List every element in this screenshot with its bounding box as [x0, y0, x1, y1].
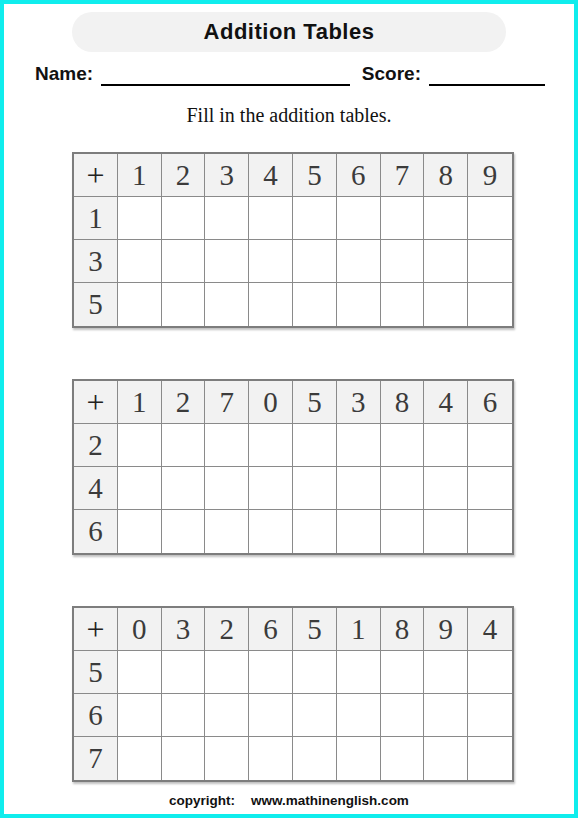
- col-header-3: 3: [337, 381, 381, 424]
- answer-cell-t3-r1-c0[interactable]: [118, 694, 162, 737]
- answer-cell-t1-r1-c4[interactable]: [293, 240, 337, 283]
- answer-cell-t3-r2-c4[interactable]: [293, 737, 337, 780]
- answer-cell-t2-r2-c6[interactable]: [381, 510, 425, 553]
- col-header-3: 3: [205, 154, 249, 197]
- answer-cell-t1-r0-c2[interactable]: [205, 197, 249, 240]
- col-header-2: 2: [162, 154, 206, 197]
- answer-cell-t1-r0-c1[interactable]: [162, 197, 206, 240]
- answer-cell-t1-r2-c2[interactable]: [205, 283, 249, 326]
- col-header-6: 6: [337, 154, 381, 197]
- answer-cell-t1-r1-c6[interactable]: [381, 240, 425, 283]
- row-header-6: 6: [74, 694, 118, 737]
- answer-cell-t1-r2-c8[interactable]: [468, 283, 512, 326]
- answer-cell-t1-r1-c2[interactable]: [205, 240, 249, 283]
- copyright-site: www.mathinenglish.com: [251, 793, 409, 808]
- answer-cell-t3-r0-c0[interactable]: [118, 651, 162, 694]
- col-header-2: 2: [205, 608, 249, 651]
- answer-cell-t3-r2-c1[interactable]: [162, 737, 206, 780]
- answer-cell-t3-r2-c8[interactable]: [468, 737, 512, 780]
- answer-cell-t1-r0-c6[interactable]: [381, 197, 425, 240]
- answer-cell-t3-r0-c1[interactable]: [162, 651, 206, 694]
- row-header-4: 4: [74, 467, 118, 510]
- answer-cell-t1-r0-c3[interactable]: [249, 197, 293, 240]
- col-header-8: 8: [424, 154, 468, 197]
- answer-cell-t2-r1-c4[interactable]: [293, 467, 337, 510]
- answer-cell-t2-r2-c8[interactable]: [468, 510, 512, 553]
- addition-table-2: +127053846246: [72, 379, 514, 555]
- answer-cell-t3-r2-c0[interactable]: [118, 737, 162, 780]
- answer-cell-t2-r0-c7[interactable]: [424, 424, 468, 467]
- name-label: Name:: [35, 63, 93, 86]
- col-header-1: 1: [337, 608, 381, 651]
- row-header-6: 6: [74, 510, 118, 553]
- col-header-0: 0: [249, 381, 293, 424]
- answer-cell-t1-r0-c0[interactable]: [118, 197, 162, 240]
- col-header-9: 9: [468, 154, 512, 197]
- plus-operator-icon: +: [74, 154, 118, 197]
- answer-cell-t1-r1-c5[interactable]: [337, 240, 381, 283]
- answer-cell-t2-r1-c5[interactable]: [337, 467, 381, 510]
- answer-cell-t2-r1-c2[interactable]: [205, 467, 249, 510]
- col-header-1: 1: [118, 381, 162, 424]
- answer-cell-t2-r2-c4[interactable]: [293, 510, 337, 553]
- row-header-1: 1: [74, 197, 118, 240]
- answer-cell-t2-r2-c3[interactable]: [249, 510, 293, 553]
- answer-cell-t2-r0-c3[interactable]: [249, 424, 293, 467]
- copyright-label: copyright:: [169, 793, 235, 808]
- row-header-7: 7: [74, 737, 118, 780]
- col-header-6: 6: [468, 381, 512, 424]
- answer-cell-t3-r2-c3[interactable]: [249, 737, 293, 780]
- instruction-text: Fill in the addition tables.: [4, 104, 574, 127]
- answer-cell-t2-r0-c4[interactable]: [293, 424, 337, 467]
- answer-cell-t2-r1-c8[interactable]: [468, 467, 512, 510]
- col-header-6: 6: [249, 608, 293, 651]
- answer-cell-t2-r0-c6[interactable]: [381, 424, 425, 467]
- page-title: Addition Tables: [204, 19, 375, 45]
- answer-cell-t3-r1-c8[interactable]: [468, 694, 512, 737]
- col-header-5: 5: [293, 154, 337, 197]
- answer-cell-t2-r2-c5[interactable]: [337, 510, 381, 553]
- col-header-5: 5: [293, 608, 337, 651]
- answer-cell-t2-r2-c2[interactable]: [205, 510, 249, 553]
- answer-cell-t1-r2-c6[interactable]: [381, 283, 425, 326]
- answer-cell-t1-r0-c5[interactable]: [337, 197, 381, 240]
- answer-cell-t3-r0-c4[interactable]: [293, 651, 337, 694]
- col-header-1: 1: [118, 154, 162, 197]
- answer-cell-t1-r2-c5[interactable]: [337, 283, 381, 326]
- answer-cell-t1-r2-c1[interactable]: [162, 283, 206, 326]
- answer-cell-t1-r0-c4[interactable]: [293, 197, 337, 240]
- answer-cell-t2-r1-c1[interactable]: [162, 467, 206, 510]
- answer-cell-t3-r1-c2[interactable]: [205, 694, 249, 737]
- answer-cell-t3-r1-c4[interactable]: [293, 694, 337, 737]
- col-header-7: 7: [381, 154, 425, 197]
- answer-cell-t1-r1-c1[interactable]: [162, 240, 206, 283]
- answer-cell-t3-r0-c2[interactable]: [205, 651, 249, 694]
- answer-cell-t1-r2-c3[interactable]: [249, 283, 293, 326]
- worksheet-title-pill: Addition Tables: [72, 12, 506, 52]
- score-label: Score:: [362, 63, 421, 86]
- col-header-8: 8: [381, 608, 425, 651]
- row-header-3: 3: [74, 240, 118, 283]
- answer-cell-t3-r0-c7[interactable]: [424, 651, 468, 694]
- answer-cell-t3-r1-c6[interactable]: [381, 694, 425, 737]
- col-header-2: 2: [162, 381, 206, 424]
- col-header-4: 4: [468, 608, 512, 651]
- addition-table-1: +123456789135: [72, 152, 514, 328]
- answer-cell-t3-r1-c1[interactable]: [162, 694, 206, 737]
- answer-cell-t2-r0-c5[interactable]: [337, 424, 381, 467]
- answer-cell-t1-r1-c8[interactable]: [468, 240, 512, 283]
- answer-cell-t1-r2-c7[interactable]: [424, 283, 468, 326]
- answer-cell-t1-r2-c4[interactable]: [293, 283, 337, 326]
- col-header-4: 4: [249, 154, 293, 197]
- answer-cell-t2-r0-c2[interactable]: [205, 424, 249, 467]
- answer-cell-t2-r2-c1[interactable]: [162, 510, 206, 553]
- col-header-0: 0: [118, 608, 162, 651]
- answer-cell-t3-r2-c7[interactable]: [424, 737, 468, 780]
- footer: copyright: www.mathinenglish.com: [4, 793, 574, 808]
- answer-cell-t1-r0-c8[interactable]: [468, 197, 512, 240]
- answer-cell-t1-r2-c0[interactable]: [118, 283, 162, 326]
- answer-cell-t3-r0-c3[interactable]: [249, 651, 293, 694]
- answer-cell-t2-r1-c7[interactable]: [424, 467, 468, 510]
- plus-operator-icon: +: [74, 381, 118, 424]
- answer-cell-t1-r1-c0[interactable]: [118, 240, 162, 283]
- col-header-3: 3: [162, 608, 206, 651]
- answer-cell-t1-r0-c7[interactable]: [424, 197, 468, 240]
- answer-cell-t3-r2-c2[interactable]: [205, 737, 249, 780]
- row-header-5: 5: [74, 283, 118, 326]
- answer-cell-t3-r1-c5[interactable]: [337, 694, 381, 737]
- col-header-7: 7: [205, 381, 249, 424]
- worksheet-page: Addition Tables Name: Score: Fill in the…: [0, 0, 578, 818]
- answer-cell-t2-r0-c1[interactable]: [162, 424, 206, 467]
- plus-operator-icon: +: [74, 608, 118, 651]
- col-header-5: 5: [293, 381, 337, 424]
- answer-cell-t1-r1-c3[interactable]: [249, 240, 293, 283]
- answer-cell-t3-r1-c7[interactable]: [424, 694, 468, 737]
- col-header-4: 4: [424, 381, 468, 424]
- answer-cell-t3-r1-c3[interactable]: [249, 694, 293, 737]
- addition-table-3: +032651894567: [72, 606, 514, 782]
- score-input-line[interactable]: [429, 62, 545, 86]
- answer-cell-t2-r2-c0[interactable]: [118, 510, 162, 553]
- answer-cell-t3-r2-c5[interactable]: [337, 737, 381, 780]
- answer-cell-t2-r1-c6[interactable]: [381, 467, 425, 510]
- answer-cell-t2-r1-c3[interactable]: [249, 467, 293, 510]
- answer-cell-t1-r1-c7[interactable]: [424, 240, 468, 283]
- col-header-8: 8: [381, 381, 425, 424]
- name-input-line[interactable]: [101, 62, 350, 86]
- answer-cell-t3-r0-c6[interactable]: [381, 651, 425, 694]
- answer-cell-t2-r0-c0[interactable]: [118, 424, 162, 467]
- row-header-5: 5: [74, 651, 118, 694]
- name-score-row: Name: Score:: [35, 60, 545, 86]
- answer-cell-t2-r0-c8[interactable]: [468, 424, 512, 467]
- answer-cell-t2-r2-c7[interactable]: [424, 510, 468, 553]
- col-header-9: 9: [424, 608, 468, 651]
- row-header-2: 2: [74, 424, 118, 467]
- answer-cell-t3-r0-c8[interactable]: [468, 651, 512, 694]
- answer-cell-t2-r1-c0[interactable]: [118, 467, 162, 510]
- answer-cell-t3-r2-c6[interactable]: [381, 737, 425, 780]
- answer-cell-t3-r0-c5[interactable]: [337, 651, 381, 694]
